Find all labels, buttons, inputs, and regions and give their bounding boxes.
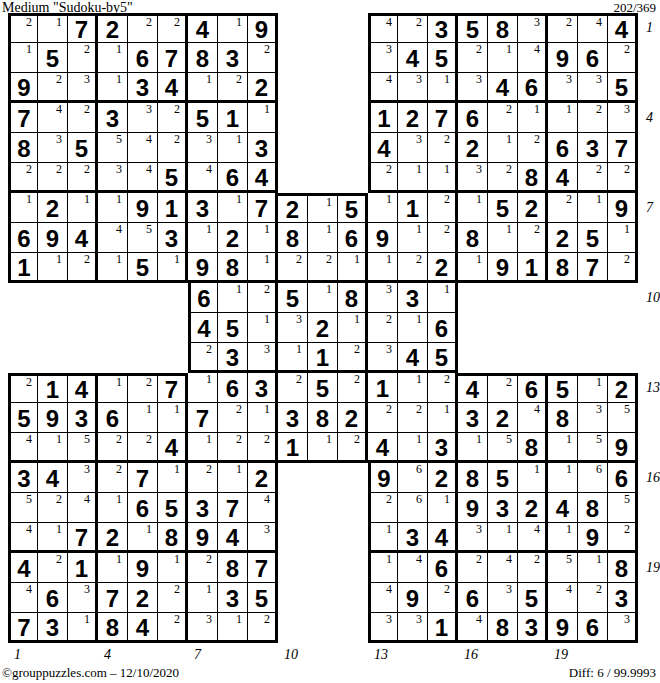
cell-r12c10[interactable]: 1 bbox=[278, 343, 308, 373]
cell-r1c18[interactable]: 3 bbox=[518, 13, 548, 43]
cell-r21c5[interactable]: 4 bbox=[128, 613, 158, 643]
cell-r13c17[interactable]: 2 bbox=[488, 373, 518, 403]
cell-r1c5[interactable]: 2 bbox=[128, 13, 158, 43]
cell-r19c15[interactable]: 6 bbox=[428, 553, 458, 583]
cell-r8c6[interactable]: 3 bbox=[158, 223, 188, 253]
cell-r15c10[interactable]: 1 bbox=[278, 433, 308, 463]
cell-r11c13[interactable]: 2 bbox=[368, 313, 398, 343]
cell-r13c10[interactable]: 2 bbox=[278, 373, 308, 403]
cell-r20c19[interactable]: 4 bbox=[548, 583, 578, 613]
cell-r20c2[interactable]: 6 bbox=[38, 583, 68, 613]
cell-r21c14[interactable]: 3 bbox=[398, 613, 428, 643]
cell-r14c2[interactable]: 9 bbox=[38, 403, 68, 433]
cell-r15c8[interactable]: 2 bbox=[218, 433, 248, 463]
cell-r18c13[interactable]: 1 bbox=[368, 523, 398, 553]
cell-r21c6[interactable]: 2 bbox=[158, 613, 188, 643]
cell-r13c19[interactable]: 5 bbox=[548, 373, 578, 403]
cell-r6c14[interactable]: 1 bbox=[398, 163, 428, 193]
cell-r3c9[interactable]: 2 bbox=[248, 73, 278, 103]
cell-r4c15[interactable]: 7 bbox=[428, 103, 458, 133]
cell-r20c15[interactable]: 2 bbox=[428, 583, 458, 613]
cell-r12c9[interactable]: 3 bbox=[248, 343, 278, 373]
cell-r8c20[interactable]: 5 bbox=[578, 223, 608, 253]
cell-r5c5[interactable]: 4 bbox=[128, 133, 158, 163]
cell-r7c18[interactable]: 2 bbox=[518, 193, 548, 223]
cell-r18c4[interactable]: 2 bbox=[98, 523, 128, 553]
cell-r13c1[interactable]: 2 bbox=[8, 373, 38, 403]
cell-r4c8[interactable]: 1 bbox=[218, 103, 248, 133]
cell-r14c21[interactable]: 5 bbox=[608, 403, 638, 433]
cell-r18c5[interactable]: 1 bbox=[128, 523, 158, 553]
cell-r3c7[interactable]: 1 bbox=[188, 73, 218, 103]
cell-r4c18[interactable]: 1 bbox=[518, 103, 548, 133]
cell-r19c16[interactable]: 2 bbox=[458, 553, 488, 583]
cell-r3c13[interactable]: 4 bbox=[368, 73, 398, 103]
cell-r5c14[interactable]: 3 bbox=[398, 133, 428, 163]
cell-r9c8[interactable]: 8 bbox=[218, 253, 248, 283]
cell-r13c13[interactable]: 1 bbox=[368, 373, 398, 403]
cell-r1c21[interactable]: 4 bbox=[608, 13, 638, 43]
cell-r7c1[interactable]: 1 bbox=[8, 193, 38, 223]
cell-r2c15[interactable]: 5 bbox=[428, 43, 458, 73]
cell-r21c18[interactable]: 3 bbox=[518, 613, 548, 643]
cell-r13c5[interactable]: 2 bbox=[128, 373, 158, 403]
cell-r10c15[interactable]: 1 bbox=[428, 283, 458, 313]
cell-r2c7[interactable]: 8 bbox=[188, 43, 218, 73]
cell-r8c11[interactable]: 1 bbox=[308, 223, 338, 253]
cell-r15c9[interactable]: 2 bbox=[248, 433, 278, 463]
cell-r1c4[interactable]: 2 bbox=[98, 13, 128, 43]
cell-r13c2[interactable]: 1 bbox=[38, 373, 68, 403]
cell-r9c19[interactable]: 8 bbox=[548, 253, 578, 283]
cell-r18c3[interactable]: 7 bbox=[68, 523, 98, 553]
cell-r16c2[interactable]: 4 bbox=[38, 463, 68, 493]
cell-r7c21[interactable]: 9 bbox=[608, 193, 638, 223]
cell-r12c15[interactable]: 5 bbox=[428, 343, 458, 373]
cell-r12c8[interactable]: 3 bbox=[218, 343, 248, 373]
cell-r3c15[interactable]: 1 bbox=[428, 73, 458, 103]
cell-r2c18[interactable]: 4 bbox=[518, 43, 548, 73]
cell-r14c7[interactable]: 7 bbox=[188, 403, 218, 433]
cell-r10c10[interactable]: 5 bbox=[278, 283, 308, 313]
cell-r17c19[interactable]: 4 bbox=[548, 493, 578, 523]
cell-r9c4[interactable]: 1 bbox=[98, 253, 128, 283]
cell-r14c9[interactable]: 1 bbox=[248, 403, 278, 433]
cell-r7c7[interactable]: 3 bbox=[188, 193, 218, 223]
cell-r16c20[interactable]: 6 bbox=[578, 463, 608, 493]
cell-r4c14[interactable]: 2 bbox=[398, 103, 428, 133]
cell-r8c13[interactable]: 9 bbox=[368, 223, 398, 253]
cell-r20c21[interactable]: 3 bbox=[608, 583, 638, 613]
cell-r13c7[interactable]: 1 bbox=[188, 373, 218, 403]
cell-r13c3[interactable]: 4 bbox=[68, 373, 98, 403]
cell-r5c1[interactable]: 8 bbox=[8, 133, 38, 163]
cell-r5c6[interactable]: 2 bbox=[158, 133, 188, 163]
cell-r7c19[interactable]: 2 bbox=[548, 193, 578, 223]
cell-r21c16[interactable]: 4 bbox=[458, 613, 488, 643]
cell-r5c9[interactable]: 3 bbox=[248, 133, 278, 163]
cell-r1c8[interactable]: 1 bbox=[218, 13, 248, 43]
cell-r14c20[interactable]: 3 bbox=[578, 403, 608, 433]
cell-r1c3[interactable]: 7 bbox=[68, 13, 98, 43]
cell-r13c21[interactable]: 2 bbox=[608, 373, 638, 403]
cell-r13c6[interactable]: 7 bbox=[158, 373, 188, 403]
cell-r5c17[interactable]: 1 bbox=[488, 133, 518, 163]
cell-r20c17[interactable]: 3 bbox=[488, 583, 518, 613]
cell-r14c5[interactable]: 1 bbox=[128, 403, 158, 433]
cell-r18c18[interactable]: 4 bbox=[518, 523, 548, 553]
cell-r9c12[interactable]: 1 bbox=[338, 253, 368, 283]
cell-r17c7[interactable]: 3 bbox=[188, 493, 218, 523]
cell-r19c7[interactable]: 2 bbox=[188, 553, 218, 583]
cell-r18c19[interactable]: 1 bbox=[548, 523, 578, 553]
cell-r18c20[interactable]: 9 bbox=[578, 523, 608, 553]
cell-r14c6[interactable]: 1 bbox=[158, 403, 188, 433]
cell-r14c1[interactable]: 5 bbox=[8, 403, 38, 433]
cell-r16c16[interactable]: 8 bbox=[458, 463, 488, 493]
cell-r14c17[interactable]: 2 bbox=[488, 403, 518, 433]
cell-r18c2[interactable]: 1 bbox=[38, 523, 68, 553]
cell-r9c1[interactable]: 1 bbox=[8, 253, 38, 283]
cell-r16c15[interactable]: 2 bbox=[428, 463, 458, 493]
cell-r21c9[interactable]: 2 bbox=[248, 613, 278, 643]
cell-r4c1[interactable]: 7 bbox=[8, 103, 38, 133]
cell-r11c8[interactable]: 5 bbox=[218, 313, 248, 343]
cell-r7c2[interactable]: 2 bbox=[38, 193, 68, 223]
cell-r3c19[interactable]: 3 bbox=[548, 73, 578, 103]
cell-r21c2[interactable]: 3 bbox=[38, 613, 68, 643]
cell-r8c19[interactable]: 2 bbox=[548, 223, 578, 253]
cell-r8c3[interactable]: 4 bbox=[68, 223, 98, 253]
cell-r6c21[interactable]: 2 bbox=[608, 163, 638, 193]
cell-r6c6[interactable]: 5 bbox=[158, 163, 188, 193]
cell-r12c12[interactable]: 2 bbox=[338, 343, 368, 373]
cell-r6c3[interactable]: 2 bbox=[68, 163, 98, 193]
cell-r1c9[interactable]: 9 bbox=[248, 13, 278, 43]
cell-r7c3[interactable]: 1 bbox=[68, 193, 98, 223]
cell-r16c8[interactable]: 1 bbox=[218, 463, 248, 493]
cell-r8c12[interactable]: 6 bbox=[338, 223, 368, 253]
cell-r4c7[interactable]: 5 bbox=[188, 103, 218, 133]
cell-r20c20[interactable]: 2 bbox=[578, 583, 608, 613]
cell-r18c9[interactable]: 3 bbox=[248, 523, 278, 553]
cell-r6c8[interactable]: 6 bbox=[218, 163, 248, 193]
cell-r4c13[interactable]: 1 bbox=[368, 103, 398, 133]
cell-r15c3[interactable]: 5 bbox=[68, 433, 98, 463]
cell-r19c14[interactable]: 4 bbox=[398, 553, 428, 583]
cell-r9c3[interactable]: 2 bbox=[68, 253, 98, 283]
cell-r3c14[interactable]: 3 bbox=[398, 73, 428, 103]
cell-r15c5[interactable]: 2 bbox=[128, 433, 158, 463]
cell-r17c8[interactable]: 7 bbox=[218, 493, 248, 523]
cell-r20c4[interactable]: 7 bbox=[98, 583, 128, 613]
cell-r19c1[interactable]: 4 bbox=[8, 553, 38, 583]
cell-r5c13[interactable]: 4 bbox=[368, 133, 398, 163]
cell-r6c17[interactable]: 2 bbox=[488, 163, 518, 193]
cell-r19c9[interactable]: 7 bbox=[248, 553, 278, 583]
cell-r4c2[interactable]: 4 bbox=[38, 103, 68, 133]
cell-r14c15[interactable]: 1 bbox=[428, 403, 458, 433]
cell-r1c19[interactable]: 2 bbox=[548, 13, 578, 43]
cell-r7c15[interactable]: 2 bbox=[428, 193, 458, 223]
cell-r20c16[interactable]: 6 bbox=[458, 583, 488, 613]
cell-r10c8[interactable]: 1 bbox=[218, 283, 248, 313]
cell-r8c2[interactable]: 9 bbox=[38, 223, 68, 253]
cell-r11c9[interactable]: 1 bbox=[248, 313, 278, 343]
cell-r9c5[interactable]: 5 bbox=[128, 253, 158, 283]
cell-r14c13[interactable]: 2 bbox=[368, 403, 398, 433]
cell-r14c19[interactable]: 8 bbox=[548, 403, 578, 433]
cell-r18c17[interactable]: 1 bbox=[488, 523, 518, 553]
cell-r5c16[interactable]: 2 bbox=[458, 133, 488, 163]
cell-r3c21[interactable]: 5 bbox=[608, 73, 638, 103]
cell-r8c1[interactable]: 6 bbox=[8, 223, 38, 253]
cell-r20c6[interactable]: 2 bbox=[158, 583, 188, 613]
cell-r5c8[interactable]: 1 bbox=[218, 133, 248, 163]
cell-r19c8[interactable]: 8 bbox=[218, 553, 248, 583]
cell-r2c19[interactable]: 9 bbox=[548, 43, 578, 73]
cell-r2c16[interactable]: 2 bbox=[458, 43, 488, 73]
cell-r15c11[interactable]: 1 bbox=[308, 433, 338, 463]
cell-r14c4[interactable]: 6 bbox=[98, 403, 128, 433]
cell-r13c9[interactable]: 3 bbox=[248, 373, 278, 403]
cell-r15c14[interactable]: 1 bbox=[398, 433, 428, 463]
cell-r7c12[interactable]: 5 bbox=[338, 193, 368, 223]
cell-r7c14[interactable]: 1 bbox=[398, 193, 428, 223]
cell-r16c4[interactable]: 2 bbox=[98, 463, 128, 493]
cell-r8c17[interactable]: 1 bbox=[488, 223, 518, 253]
cell-r16c7[interactable]: 2 bbox=[188, 463, 218, 493]
cell-r19c19[interactable]: 5 bbox=[548, 553, 578, 583]
cell-r2c6[interactable]: 7 bbox=[158, 43, 188, 73]
cell-r12c7[interactable]: 2 bbox=[188, 343, 218, 373]
cell-r3c8[interactable]: 2 bbox=[218, 73, 248, 103]
cell-r21c20[interactable]: 6 bbox=[578, 613, 608, 643]
cell-r11c10[interactable]: 3 bbox=[278, 313, 308, 343]
cell-r8c14[interactable]: 1 bbox=[398, 223, 428, 253]
cell-r15c16[interactable]: 1 bbox=[458, 433, 488, 463]
cell-r14c18[interactable]: 4 bbox=[518, 403, 548, 433]
cell-r17c2[interactable]: 2 bbox=[38, 493, 68, 523]
cell-r3c5[interactable]: 3 bbox=[128, 73, 158, 103]
cell-r2c4[interactable]: 1 bbox=[98, 43, 128, 73]
cell-r16c21[interactable]: 6 bbox=[608, 463, 638, 493]
cell-r17c14[interactable]: 6 bbox=[398, 493, 428, 523]
cell-r2c2[interactable]: 5 bbox=[38, 43, 68, 73]
cell-r14c14[interactable]: 2 bbox=[398, 403, 428, 433]
cell-r5c20[interactable]: 3 bbox=[578, 133, 608, 163]
cell-r20c1[interactable]: 4 bbox=[8, 583, 38, 613]
cell-r5c2[interactable]: 3 bbox=[38, 133, 68, 163]
cell-r9c6[interactable]: 1 bbox=[158, 253, 188, 283]
cell-r7c5[interactable]: 9 bbox=[128, 193, 158, 223]
cell-r17c1[interactable]: 5 bbox=[8, 493, 38, 523]
cell-r18c1[interactable]: 4 bbox=[8, 523, 38, 553]
cell-r5c21[interactable]: 7 bbox=[608, 133, 638, 163]
cell-r6c7[interactable]: 4 bbox=[188, 163, 218, 193]
cell-r6c2[interactable]: 2 bbox=[38, 163, 68, 193]
cell-r18c8[interactable]: 4 bbox=[218, 523, 248, 553]
cell-r5c18[interactable]: 2 bbox=[518, 133, 548, 163]
cell-r7c6[interactable]: 1 bbox=[158, 193, 188, 223]
cell-r10c13[interactable]: 3 bbox=[368, 283, 398, 313]
cell-r9c10[interactable]: 2 bbox=[278, 253, 308, 283]
cell-r14c16[interactable]: 3 bbox=[458, 403, 488, 433]
cell-r13c11[interactable]: 5 bbox=[308, 373, 338, 403]
cell-r6c1[interactable]: 2 bbox=[8, 163, 38, 193]
cell-r18c6[interactable]: 8 bbox=[158, 523, 188, 553]
cell-r4c3[interactable]: 2 bbox=[68, 103, 98, 133]
cell-r16c1[interactable]: 3 bbox=[8, 463, 38, 493]
cell-r9c2[interactable]: 1 bbox=[38, 253, 68, 283]
cell-r18c14[interactable]: 3 bbox=[398, 523, 428, 553]
cell-r16c6[interactable]: 1 bbox=[158, 463, 188, 493]
cell-r1c2[interactable]: 1 bbox=[38, 13, 68, 43]
cell-r1c15[interactable]: 3 bbox=[428, 13, 458, 43]
cell-r6c9[interactable]: 4 bbox=[248, 163, 278, 193]
cell-r15c19[interactable]: 1 bbox=[548, 433, 578, 463]
cell-r15c4[interactable]: 2 bbox=[98, 433, 128, 463]
cell-r4c16[interactable]: 6 bbox=[458, 103, 488, 133]
cell-r1c13[interactable]: 4 bbox=[368, 13, 398, 43]
cell-r8c15[interactable]: 2 bbox=[428, 223, 458, 253]
cell-r2c8[interactable]: 3 bbox=[218, 43, 248, 73]
cell-r15c21[interactable]: 9 bbox=[608, 433, 638, 463]
cell-r20c14[interactable]: 9 bbox=[398, 583, 428, 613]
cell-r15c1[interactable]: 4 bbox=[8, 433, 38, 463]
cell-r14c3[interactable]: 3 bbox=[68, 403, 98, 433]
cell-r19c13[interactable]: 1 bbox=[368, 553, 398, 583]
cell-r10c12[interactable]: 8 bbox=[338, 283, 368, 313]
cell-r13c15[interactable]: 2 bbox=[428, 373, 458, 403]
cell-r7c8[interactable]: 1 bbox=[218, 193, 248, 223]
cell-r7c17[interactable]: 5 bbox=[488, 193, 518, 223]
cell-r5c4[interactable]: 5 bbox=[98, 133, 128, 163]
cell-r7c11[interactable]: 1 bbox=[308, 193, 338, 223]
cell-r19c6[interactable]: 1 bbox=[158, 553, 188, 583]
cell-r6c20[interactable]: 2 bbox=[578, 163, 608, 193]
cell-r7c16[interactable]: 1 bbox=[458, 193, 488, 223]
cell-r13c14[interactable]: 1 bbox=[398, 373, 428, 403]
cell-r13c12[interactable]: 2 bbox=[338, 373, 368, 403]
cell-r16c19[interactable]: 1 bbox=[548, 463, 578, 493]
cell-r7c10[interactable]: 2 bbox=[278, 193, 308, 223]
cell-r4c5[interactable]: 3 bbox=[128, 103, 158, 133]
cell-r19c4[interactable]: 1 bbox=[98, 553, 128, 583]
cell-r13c4[interactable]: 1 bbox=[98, 373, 128, 403]
cell-r17c21[interactable]: 5 bbox=[608, 493, 638, 523]
cell-r3c4[interactable]: 1 bbox=[98, 73, 128, 103]
cell-r6c5[interactable]: 4 bbox=[128, 163, 158, 193]
cell-r1c1[interactable]: 2 bbox=[8, 13, 38, 43]
cell-r15c17[interactable]: 5 bbox=[488, 433, 518, 463]
cell-r17c4[interactable]: 1 bbox=[98, 493, 128, 523]
cell-r8c16[interactable]: 8 bbox=[458, 223, 488, 253]
cell-r7c20[interactable]: 1 bbox=[578, 193, 608, 223]
cell-r9c15[interactable]: 2 bbox=[428, 253, 458, 283]
cell-r1c20[interactable]: 4 bbox=[578, 13, 608, 43]
cell-r5c19[interactable]: 6 bbox=[548, 133, 578, 163]
cell-r9c7[interactable]: 9 bbox=[188, 253, 218, 283]
cell-r6c4[interactable]: 3 bbox=[98, 163, 128, 193]
cell-r4c21[interactable]: 3 bbox=[608, 103, 638, 133]
cell-r14c12[interactable]: 2 bbox=[338, 403, 368, 433]
cell-r21c7[interactable]: 3 bbox=[188, 613, 218, 643]
cell-r8c21[interactable]: 1 bbox=[608, 223, 638, 253]
cell-r6c18[interactable]: 8 bbox=[518, 163, 548, 193]
cell-r5c15[interactable]: 2 bbox=[428, 133, 458, 163]
cell-r11c12[interactable]: 1 bbox=[338, 313, 368, 343]
cell-r9c20[interactable]: 7 bbox=[578, 253, 608, 283]
cell-r6c13[interactable]: 2 bbox=[368, 163, 398, 193]
cell-r6c19[interactable]: 4 bbox=[548, 163, 578, 193]
cell-r16c17[interactable]: 5 bbox=[488, 463, 518, 493]
cell-r9c16[interactable]: 1 bbox=[458, 253, 488, 283]
cell-r15c13[interactable]: 4 bbox=[368, 433, 398, 463]
cell-r17c3[interactable]: 4 bbox=[68, 493, 98, 523]
cell-r3c16[interactable]: 3 bbox=[458, 73, 488, 103]
cell-r18c16[interactable]: 3 bbox=[458, 523, 488, 553]
cell-r2c21[interactable]: 2 bbox=[608, 43, 638, 73]
cell-r19c20[interactable]: 1 bbox=[578, 553, 608, 583]
cell-r5c3[interactable]: 5 bbox=[68, 133, 98, 163]
cell-r16c18[interactable]: 1 bbox=[518, 463, 548, 493]
cell-r11c11[interactable]: 2 bbox=[308, 313, 338, 343]
cell-r5c7[interactable]: 3 bbox=[188, 133, 218, 163]
cell-r17c15[interactable]: 1 bbox=[428, 493, 458, 523]
cell-r12c14[interactable]: 4 bbox=[398, 343, 428, 373]
cell-r17c18[interactable]: 2 bbox=[518, 493, 548, 523]
cell-r21c17[interactable]: 8 bbox=[488, 613, 518, 643]
cell-r2c14[interactable]: 4 bbox=[398, 43, 428, 73]
cell-r14c11[interactable]: 8 bbox=[308, 403, 338, 433]
cell-r12c11[interactable]: 1 bbox=[308, 343, 338, 373]
cell-r11c7[interactable]: 4 bbox=[188, 313, 218, 343]
cell-r2c3[interactable]: 2 bbox=[68, 43, 98, 73]
cell-r14c10[interactable]: 3 bbox=[278, 403, 308, 433]
cell-r1c16[interactable]: 5 bbox=[458, 13, 488, 43]
cell-r11c15[interactable]: 6 bbox=[428, 313, 458, 343]
cell-r9c17[interactable]: 9 bbox=[488, 253, 518, 283]
cell-r3c3[interactable]: 3 bbox=[68, 73, 98, 103]
cell-r8c7[interactable]: 1 bbox=[188, 223, 218, 253]
cell-r21c8[interactable]: 1 bbox=[218, 613, 248, 643]
cell-r8c9[interactable]: 1 bbox=[248, 223, 278, 253]
cell-r7c13[interactable]: 1 bbox=[368, 193, 398, 223]
cell-r17c13[interactable]: 2 bbox=[368, 493, 398, 523]
cell-r16c9[interactable]: 2 bbox=[248, 463, 278, 493]
cell-r20c5[interactable]: 2 bbox=[128, 583, 158, 613]
cell-r2c9[interactable]: 2 bbox=[248, 43, 278, 73]
cell-r17c6[interactable]: 5 bbox=[158, 493, 188, 523]
cell-r3c20[interactable]: 3 bbox=[578, 73, 608, 103]
cell-r9c21[interactable]: 2 bbox=[608, 253, 638, 283]
cell-r15c12[interactable]: 2 bbox=[338, 433, 368, 463]
cell-r9c13[interactable]: 1 bbox=[368, 253, 398, 283]
cell-r3c1[interactable]: 9 bbox=[8, 73, 38, 103]
cell-r8c5[interactable]: 5 bbox=[128, 223, 158, 253]
cell-r10c11[interactable]: 1 bbox=[308, 283, 338, 313]
cell-r19c2[interactable]: 2 bbox=[38, 553, 68, 583]
cell-r8c4[interactable]: 4 bbox=[98, 223, 128, 253]
cell-r20c9[interactable]: 5 bbox=[248, 583, 278, 613]
cell-r2c20[interactable]: 6 bbox=[578, 43, 608, 73]
cell-r13c16[interactable]: 4 bbox=[458, 373, 488, 403]
cell-r19c17[interactable]: 4 bbox=[488, 553, 518, 583]
cell-r8c18[interactable]: 2 bbox=[518, 223, 548, 253]
cell-r6c15[interactable]: 1 bbox=[428, 163, 458, 193]
cell-r18c7[interactable]: 9 bbox=[188, 523, 218, 553]
